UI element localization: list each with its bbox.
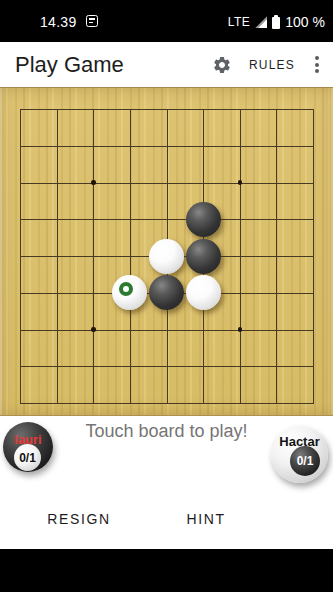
star-point (91, 327, 96, 332)
stone-black-E4 (149, 275, 184, 310)
network-type-label: LTE (228, 15, 251, 29)
status-bar: 14.39 LTE 100 % (0, 0, 333, 42)
battery-icon (272, 15, 280, 29)
stone-black-F5 (186, 239, 221, 274)
status-right-cluster: LTE 100 % (228, 12, 325, 32)
grid-line-v (240, 109, 241, 404)
notification-icon (86, 15, 98, 27)
battery-percent: 100 % (285, 14, 325, 30)
signal-icon (255, 16, 267, 28)
player-record-black: 0/1 (14, 444, 41, 471)
stone-white-E5 (149, 239, 184, 274)
page-title: Play Game (15, 42, 124, 87)
resign-button[interactable]: RESIGN (19, 508, 139, 530)
status-bar-row: 14.39 LTE 100 % (0, 12, 333, 32)
grid-line-v (276, 109, 277, 404)
overflow-menu-icon[interactable] (305, 42, 329, 87)
grid-line-v (313, 109, 314, 404)
stone-white-F4 (186, 275, 221, 310)
clock: 14.39 (40, 14, 77, 30)
player-record-white: 0/1 (290, 446, 320, 476)
screen: 14.39 LTE 100 % Play Game RULES Touch bo… (0, 0, 333, 592)
grid-line-h (20, 330, 314, 331)
settings-gear-icon[interactable] (210, 53, 234, 77)
navigation-bar (0, 549, 333, 592)
star-point (238, 327, 243, 332)
player-badge-black: lauri 0/1 (3, 422, 53, 472)
grid-line-h (20, 403, 314, 404)
star-point (238, 180, 243, 185)
player-badge-white: Hactar 0/1 (271, 426, 328, 483)
stone-white-D4 (112, 275, 147, 310)
rules-button[interactable]: RULES (246, 42, 298, 87)
app-bar: Play Game RULES (0, 42, 333, 87)
star-point (91, 180, 96, 185)
stone-black-F6 (186, 202, 221, 237)
hint-button[interactable]: HINT (146, 508, 266, 530)
go-board[interactable] (0, 87, 333, 416)
last-move-marker (119, 282, 133, 296)
grid-line-h (20, 366, 314, 367)
